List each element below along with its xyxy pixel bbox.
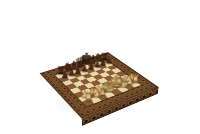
white-rook: ♜: [84, 91, 95, 103]
black-pawn: ♟: [61, 71, 69, 79]
brass-latch-icon: [146, 81, 149, 86]
chess-set-product-photo: ♜♞♝♛♚♝♞♜♟♟♟♟♟♟♟♟♟♟♟♟♟♟♟♟♜♞♝♛♚♝♞♜: [0, 0, 200, 134]
square-a1: ♜: [82, 99, 94, 106]
black-pawn: ♟: [81, 65, 88, 73]
square-a7: ♟: [59, 76, 69, 82]
